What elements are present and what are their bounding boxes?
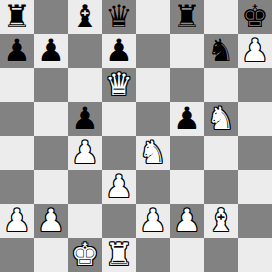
black-knight-g7[interactable]: ♞ [207,33,235,67]
square-h4[interactable] [238,136,272,170]
white-knight-e4[interactable]: ♞ [139,135,167,169]
square-h2[interactable] [238,204,272,238]
square-c8[interactable]: ♝ [68,0,102,34]
square-f6[interactable] [170,68,204,102]
black-rook-f8[interactable]: ♜ [173,0,201,33]
square-d4[interactable] [102,136,136,170]
white-pawn-e2[interactable]: ♟ [139,203,167,237]
square-b8[interactable] [34,0,68,34]
square-e8[interactable] [136,0,170,34]
square-a1[interactable] [0,238,34,272]
square-a6[interactable] [0,68,34,102]
black-king-h8[interactable]: ♚ [241,0,269,33]
white-queen-d6[interactable]: ♛ [105,67,133,101]
square-g4[interactable] [204,136,238,170]
square-d1[interactable]: ♜ [102,238,136,272]
white-pawn-f2[interactable]: ♟ [173,203,201,237]
square-a8[interactable]: ♜ [0,0,34,34]
white-rook-d1[interactable]: ♜ [105,237,133,271]
square-b1[interactable] [34,238,68,272]
square-f8[interactable]: ♜ [170,0,204,34]
black-pawn-c5[interactable]: ♟ [71,101,99,135]
square-b2[interactable]: ♟ [34,204,68,238]
white-knight-g5[interactable]: ♞ [207,101,235,135]
square-e6[interactable] [136,68,170,102]
square-b7[interactable]: ♟ [34,34,68,68]
square-e4[interactable]: ♞ [136,136,170,170]
square-e2[interactable]: ♟ [136,204,170,238]
square-e3[interactable] [136,170,170,204]
square-d5[interactable] [102,102,136,136]
square-c2[interactable] [68,204,102,238]
square-b5[interactable] [34,102,68,136]
square-f2[interactable]: ♟ [170,204,204,238]
white-bishop-g2[interactable]: ♝ [207,203,235,237]
square-f4[interactable] [170,136,204,170]
white-pawn-c4[interactable]: ♟ [71,135,99,169]
square-a3[interactable] [0,170,34,204]
square-c3[interactable] [68,170,102,204]
square-g1[interactable] [204,238,238,272]
square-g7[interactable]: ♞ [204,34,238,68]
white-pawn-b2[interactable]: ♟ [37,203,65,237]
square-d8[interactable]: ♛ [102,0,136,34]
square-a2[interactable]: ♟ [0,204,34,238]
square-b4[interactable] [34,136,68,170]
black-rook-a8[interactable]: ♜ [3,0,31,33]
white-king-c1[interactable]: ♚ [71,237,99,271]
square-d6[interactable]: ♛ [102,68,136,102]
square-d3[interactable]: ♟ [102,170,136,204]
square-e1[interactable] [136,238,170,272]
white-pawn-d3[interactable]: ♟ [105,169,133,203]
black-queen-d8[interactable]: ♛ [105,0,133,33]
square-c5[interactable]: ♟ [68,102,102,136]
square-h1[interactable] [238,238,272,272]
square-h5[interactable] [238,102,272,136]
square-c4[interactable]: ♟ [68,136,102,170]
square-h6[interactable] [238,68,272,102]
square-f5[interactable]: ♟ [170,102,204,136]
square-h8[interactable]: ♚ [238,0,272,34]
square-d2[interactable] [102,204,136,238]
white-pawn-a2[interactable]: ♟ [3,203,31,237]
square-b3[interactable] [34,170,68,204]
square-g2[interactable]: ♝ [204,204,238,238]
square-h7[interactable]: ♟ [238,34,272,68]
square-g6[interactable] [204,68,238,102]
square-c6[interactable] [68,68,102,102]
square-a7[interactable]: ♟ [0,34,34,68]
square-e7[interactable] [136,34,170,68]
square-c1[interactable]: ♚ [68,238,102,272]
square-h3[interactable] [238,170,272,204]
black-pawn-a7[interactable]: ♟ [3,33,31,67]
square-g5[interactable]: ♞ [204,102,238,136]
white-pawn-h7[interactable]: ♟ [241,33,269,67]
square-d7[interactable]: ♟ [102,34,136,68]
black-bishop-c8[interactable]: ♝ [71,0,99,33]
square-b6[interactable] [34,68,68,102]
square-g3[interactable] [204,170,238,204]
square-c7[interactable] [68,34,102,68]
black-pawn-b7[interactable]: ♟ [37,33,65,67]
square-f3[interactable] [170,170,204,204]
chess-board: ♜♝♛♜♚♟♟♟♞♟♛♟♟♞♟♞♟♟♟♟♟♝♚♜ [0,0,272,272]
square-f1[interactable] [170,238,204,272]
square-f7[interactable] [170,34,204,68]
black-pawn-d7[interactable]: ♟ [105,33,133,67]
square-a4[interactable] [0,136,34,170]
square-a5[interactable] [0,102,34,136]
square-g8[interactable] [204,0,238,34]
square-e5[interactable] [136,102,170,136]
black-pawn-f5[interactable]: ♟ [173,101,201,135]
